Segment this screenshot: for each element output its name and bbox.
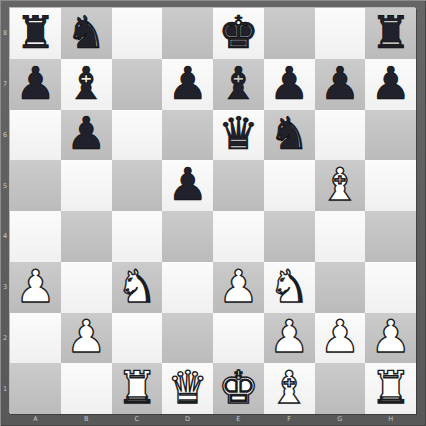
white-pawn[interactable]: ♟ <box>218 264 258 309</box>
white-pawn[interactable]: ♟ <box>269 314 309 359</box>
square-e8[interactable]: ♚ <box>213 8 264 59</box>
white-pawn[interactable]: ♟ <box>66 314 106 359</box>
black-knight[interactable]: ♞ <box>66 10 106 55</box>
square-a5[interactable] <box>10 160 61 211</box>
square-h7[interactable]: ♟ <box>365 59 416 110</box>
chess-board: ♜♞♚♜♟♝♟♝♟♟♟♟♛♞♟♝♟♞♟♞♟♟♟♟♜♛♚♝♜ <box>10 8 416 414</box>
square-c2[interactable] <box>112 313 163 364</box>
square-f2[interactable]: ♟ <box>264 313 315 364</box>
square-g7[interactable]: ♟ <box>315 59 366 110</box>
square-c6[interactable] <box>112 110 163 161</box>
black-bishop[interactable]: ♝ <box>66 61 106 106</box>
square-h5[interactable] <box>365 160 416 211</box>
square-f1[interactable]: ♝ <box>264 363 315 414</box>
black-bishop[interactable]: ♝ <box>218 61 258 106</box>
file-label: C <box>112 412 163 426</box>
white-king[interactable]: ♚ <box>218 365 258 410</box>
square-c8[interactable] <box>112 8 163 59</box>
black-pawn[interactable]: ♟ <box>370 61 410 106</box>
white-rook[interactable]: ♜ <box>117 365 157 410</box>
square-f6[interactable]: ♞ <box>264 110 315 161</box>
square-c4[interactable] <box>112 211 163 262</box>
file-label: G <box>315 412 366 426</box>
square-a4[interactable] <box>10 211 61 262</box>
square-c7[interactable] <box>112 59 163 110</box>
square-a7[interactable]: ♟ <box>10 59 61 110</box>
white-knight[interactable]: ♞ <box>117 264 157 309</box>
black-rook[interactable]: ♜ <box>370 10 410 55</box>
square-a1[interactable] <box>10 363 61 414</box>
square-d1[interactable]: ♛ <box>162 363 213 414</box>
square-c3[interactable]: ♞ <box>112 262 163 313</box>
square-e2[interactable] <box>213 313 264 364</box>
file-label: H <box>365 412 416 426</box>
square-b2[interactable]: ♟ <box>61 313 112 364</box>
rank-label: 8 <box>0 8 10 59</box>
square-e1[interactable]: ♚ <box>213 363 264 414</box>
white-queen[interactable]: ♛ <box>167 365 207 410</box>
square-b1[interactable] <box>61 363 112 414</box>
black-pawn[interactable]: ♟ <box>66 111 106 156</box>
square-e7[interactable]: ♝ <box>213 59 264 110</box>
rank-label: 5 <box>0 160 10 211</box>
square-h4[interactable] <box>365 211 416 262</box>
square-h8[interactable]: ♜ <box>365 8 416 59</box>
white-bishop[interactable]: ♝ <box>320 162 360 207</box>
square-g1[interactable] <box>315 363 366 414</box>
square-d7[interactable]: ♟ <box>162 59 213 110</box>
rank-label: 2 <box>0 313 10 364</box>
white-rook[interactable]: ♜ <box>370 365 410 410</box>
square-g6[interactable] <box>315 110 366 161</box>
black-king[interactable]: ♚ <box>218 10 258 55</box>
chess-board-frame: 87654321 ♜♞♚♜♟♝♟♝♟♟♟♟♛♞♟♝♟♞♟♞♟♟♟♟♜♛♚♝♜ A… <box>0 0 426 426</box>
white-pawn[interactable]: ♟ <box>320 314 360 359</box>
square-d3[interactable] <box>162 262 213 313</box>
black-pawn[interactable]: ♟ <box>167 61 207 106</box>
square-h6[interactable] <box>365 110 416 161</box>
square-e4[interactable] <box>213 211 264 262</box>
square-d2[interactable] <box>162 313 213 364</box>
square-g3[interactable] <box>315 262 366 313</box>
square-g5[interactable]: ♝ <box>315 160 366 211</box>
square-a8[interactable]: ♜ <box>10 8 61 59</box>
rank-label: 7 <box>0 59 10 110</box>
black-queen[interactable]: ♛ <box>218 111 258 156</box>
square-f5[interactable] <box>264 160 315 211</box>
square-a6[interactable] <box>10 110 61 161</box>
square-b7[interactable]: ♝ <box>61 59 112 110</box>
square-f7[interactable]: ♟ <box>264 59 315 110</box>
file-label: A <box>10 412 61 426</box>
square-g4[interactable] <box>315 211 366 262</box>
file-label: D <box>162 412 213 426</box>
square-h1[interactable]: ♜ <box>365 363 416 414</box>
black-pawn[interactable]: ♟ <box>269 61 309 106</box>
black-pawn[interactable]: ♟ <box>167 162 207 207</box>
square-d4[interactable] <box>162 211 213 262</box>
square-d8[interactable] <box>162 8 213 59</box>
rank-label: 3 <box>0 262 10 313</box>
file-labels: ABCDEFGH <box>10 412 416 426</box>
rank-labels: 87654321 <box>0 8 10 414</box>
white-pawn[interactable]: ♟ <box>370 314 410 359</box>
rank-label: 4 <box>0 211 10 262</box>
square-f8[interactable] <box>264 8 315 59</box>
white-bishop[interactable]: ♝ <box>269 365 309 410</box>
square-e6[interactable]: ♛ <box>213 110 264 161</box>
square-e3[interactable]: ♟ <box>213 262 264 313</box>
square-c1[interactable]: ♜ <box>112 363 163 414</box>
square-b4[interactable] <box>61 211 112 262</box>
square-b8[interactable]: ♞ <box>61 8 112 59</box>
file-label: F <box>264 412 315 426</box>
square-f4[interactable] <box>264 211 315 262</box>
square-b5[interactable] <box>61 160 112 211</box>
black-pawn[interactable]: ♟ <box>320 61 360 106</box>
square-h2[interactable]: ♟ <box>365 313 416 364</box>
file-label: E <box>213 412 264 426</box>
square-f3[interactable]: ♞ <box>264 262 315 313</box>
square-d6[interactable] <box>162 110 213 161</box>
square-d5[interactable]: ♟ <box>162 160 213 211</box>
white-pawn[interactable]: ♟ <box>15 264 55 309</box>
rank-label: 6 <box>0 110 10 161</box>
square-c5[interactable] <box>112 160 163 211</box>
file-label: B <box>61 412 112 426</box>
square-b6[interactable]: ♟ <box>61 110 112 161</box>
square-b3[interactable] <box>61 262 112 313</box>
square-h3[interactable] <box>365 262 416 313</box>
rank-label: 1 <box>0 363 10 414</box>
square-g2[interactable]: ♟ <box>315 313 366 364</box>
square-e5[interactable] <box>213 160 264 211</box>
black-knight[interactable]: ♞ <box>269 111 309 156</box>
black-pawn[interactable]: ♟ <box>15 61 55 106</box>
square-a3[interactable]: ♟ <box>10 262 61 313</box>
square-g8[interactable] <box>315 8 366 59</box>
black-rook[interactable]: ♜ <box>15 10 55 55</box>
white-knight[interactable]: ♞ <box>269 264 309 309</box>
square-a2[interactable] <box>10 313 61 364</box>
